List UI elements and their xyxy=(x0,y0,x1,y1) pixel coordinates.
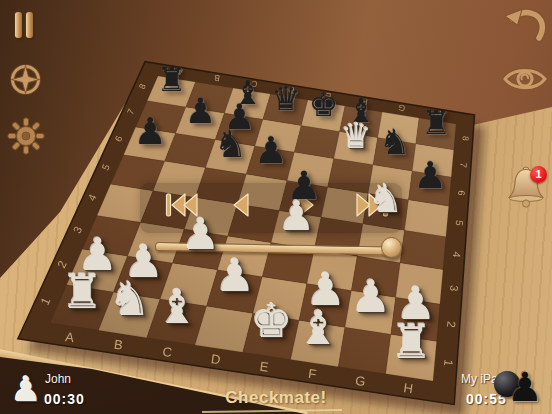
piece-white-knight-b1[interactable]: ♞ xyxy=(109,275,151,322)
white-player-pawn-icon: ♟ xyxy=(11,372,41,406)
piece-black-pawn-d6[interactable]: ♟ xyxy=(254,132,287,169)
pause-button[interactable] xyxy=(15,12,35,39)
piece-black-king-e8[interactable]: ♚ xyxy=(309,88,339,121)
piece-white-bishop-c1[interactable]: ♝ xyxy=(156,282,198,329)
piece-white-pawn-g2[interactable]: ♟ xyxy=(351,274,391,319)
settings-button[interactable] xyxy=(7,117,45,159)
black-player-pawn-icon: ♟ xyxy=(507,367,543,407)
file-label-near: G xyxy=(354,373,366,389)
compass-button[interactable] xyxy=(9,63,42,100)
pause-icon xyxy=(26,12,33,38)
step-back-icon xyxy=(233,193,249,217)
square-h5[interactable] xyxy=(405,200,449,237)
notification-badge[interactable]: 1 xyxy=(530,166,547,183)
gear-icon xyxy=(7,117,45,155)
piece-white-bishop-f1[interactable]: ♝ xyxy=(297,304,339,351)
piece-white-pawn-d2[interactable]: ♟ xyxy=(215,253,255,298)
piece-black-pawn-h6[interactable]: ♟ xyxy=(414,157,447,194)
view-button[interactable] xyxy=(502,64,548,98)
piece-black-rook-a8[interactable]: ♜ xyxy=(157,64,187,97)
square-g1[interactable] xyxy=(338,327,391,374)
piece-black-rook-h8[interactable]: ♜ xyxy=(421,106,451,139)
pause-icon xyxy=(15,12,22,38)
piece-black-queen-d8[interactable]: ♛ xyxy=(271,82,301,115)
compass-icon xyxy=(9,63,42,96)
piece-white-rook-h1[interactable]: ♜ xyxy=(391,318,433,365)
piece-white-queen-f7[interactable]: ♛ xyxy=(340,118,371,153)
file-label-far: G xyxy=(398,103,406,114)
undo-arrow-icon xyxy=(504,6,548,44)
white-player-name: John xyxy=(45,372,71,386)
piece-white-rook-a1[interactable]: ♜ xyxy=(61,268,103,315)
chess-app-screen: AABBCCDDEEFFGGHH1122334455667788 ♜♝♛♚♝♜♟… xyxy=(0,0,552,414)
move-slider-knob[interactable] xyxy=(381,237,402,258)
white-player-clock: 00:30 xyxy=(44,391,85,407)
status-banner: Checkmate! xyxy=(200,388,352,408)
piece-black-knight-g7[interactable]: ♞ xyxy=(379,125,410,160)
square-h4[interactable] xyxy=(400,230,446,269)
piece-white-knight-g5[interactable]: ♞ xyxy=(369,179,404,218)
piece-black-pawn-a6[interactable]: ♟ xyxy=(133,113,166,150)
piece-black-knight-c6[interactable]: ♞ xyxy=(214,126,247,163)
step-back-button[interactable] xyxy=(233,193,249,221)
undo-button[interactable] xyxy=(504,6,548,48)
piece-white-pawn-e4[interactable]: ♟ xyxy=(278,195,315,236)
piece-white-king-e1[interactable]: ♚ xyxy=(250,296,292,343)
eye-icon xyxy=(502,64,548,94)
piece-black-pawn-b7[interactable]: ♟ xyxy=(185,94,216,129)
